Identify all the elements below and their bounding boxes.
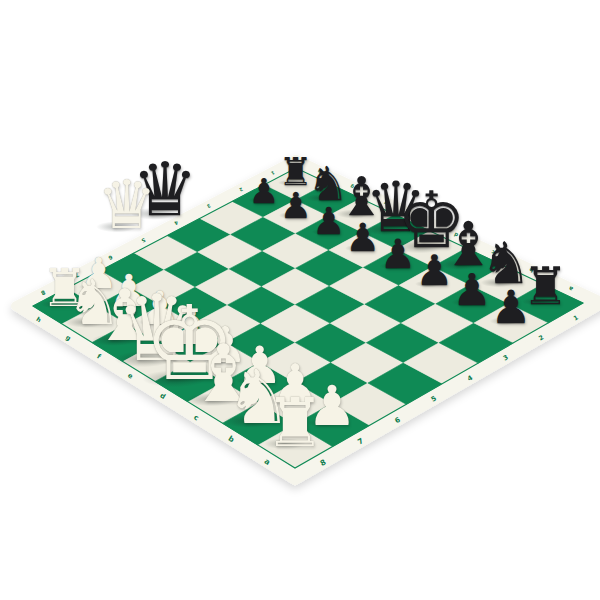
chess-board[interactable]: hh88gg77ff66ee55dd44cc33bb22aa11 (0, 0, 600, 600)
chess-set-photo: hh88gg77ff66ee55dd44cc33bb22aa11 ♜♞♟♝♛♟♛… (0, 0, 600, 600)
